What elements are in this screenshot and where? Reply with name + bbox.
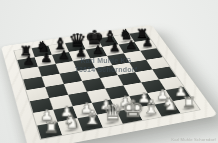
piece-black-pawn-h7: ♟ bbox=[139, 37, 156, 49]
watermark-line1: Karl Muhle KG bbox=[75, 56, 137, 65]
piece-black-pawn-a7: ♟ bbox=[20, 55, 38, 67]
piece-white-bishop-c1: ♝ bbox=[82, 109, 103, 128]
chessboard: ♜♞♝♛♚♝♞♜♟♟♟♟♟♟♟♟♟♟♟♟♟♟♟♟♜♞♝♛♚♝♞♜ bbox=[15, 32, 200, 139]
square-f4 bbox=[118, 72, 142, 85]
piece-black-pawn-b7: ♟ bbox=[38, 52, 56, 64]
square-a1: ♜ bbox=[37, 122, 62, 139]
watermark: Karl Muhle KG 73614 Schorndorf bbox=[75, 56, 137, 74]
piece-black-pawn-f7: ♟ bbox=[106, 42, 123, 54]
piece-white-king-e1: ♚ bbox=[122, 97, 143, 120]
square-b7: ♟ bbox=[35, 55, 56, 67]
watermark-line2: 73614 Schorndorf bbox=[75, 65, 137, 74]
photo-caption: Karl Muhle Schorndorf bbox=[171, 137, 216, 142]
chessboard-3d-wrap: ♜♞♝♛♚♝♞♜♟♟♟♟♟♟♟♟♟♟♟♟♟♟♟♟♜♞♝♛♚♝♞♜ bbox=[1, 25, 218, 143]
piece-white-knight-g1: ♞ bbox=[160, 96, 180, 113]
piece-black-pawn-g7: ♟ bbox=[123, 39, 140, 51]
piece-white-rook-a1: ♜ bbox=[41, 119, 62, 135]
board-frame: ♜♞♝♛♚♝♞♜♟♟♟♟♟♟♟♟♟♟♟♟♟♟♟♟♜♞♝♛♚♝♞♜ bbox=[1, 25, 218, 143]
piece-white-rook-h1: ♜ bbox=[179, 95, 199, 110]
product-photo: ♜♞♝♛♚♝♞♜♟♟♟♟♟♟♟♟♟♟♟♟♟♟♟♟♜♞♝♛♚♝♞♜ Karl Mu… bbox=[0, 0, 218, 143]
piece-black-pawn-e7: ♟ bbox=[89, 44, 107, 56]
piece-black-pawn-c7: ♟ bbox=[55, 49, 73, 61]
piece-white-knight-b1: ♞ bbox=[61, 113, 82, 131]
piece-white-queen-d1: ♛ bbox=[102, 102, 123, 124]
